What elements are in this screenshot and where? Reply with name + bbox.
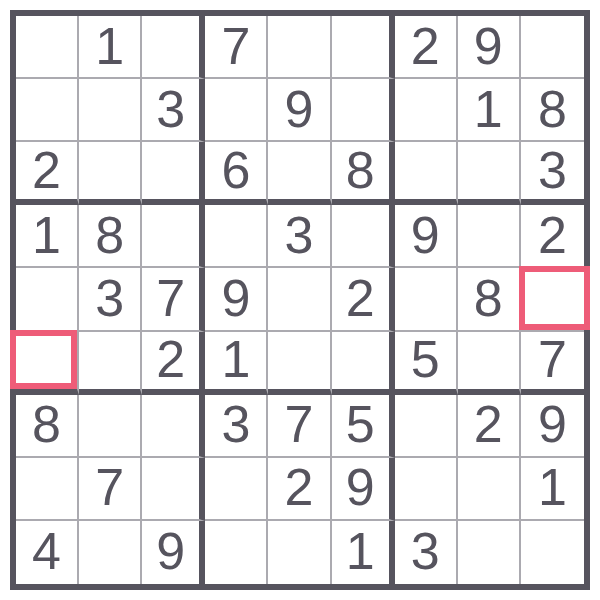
cell-r7c6[interactable]: 5 <box>332 395 395 458</box>
sudoku-board: 1729391826831839237928215783752972914913 <box>10 10 590 590</box>
cell-r3c8[interactable] <box>458 142 521 205</box>
cell-r7c5[interactable]: 7 <box>268 395 331 458</box>
cell-r2c6[interactable] <box>332 79 395 142</box>
cell-r9c5[interactable] <box>268 521 331 584</box>
cell-r3c9[interactable]: 3 <box>521 142 584 205</box>
cell-r8c5[interactable]: 2 <box>268 458 331 521</box>
given-digit: 3 <box>221 398 250 450</box>
given-digit: 7 <box>95 461 124 513</box>
cell-r6c6[interactable] <box>332 332 395 395</box>
cell-r1c1[interactable] <box>16 16 79 79</box>
cell-r6c5[interactable] <box>268 332 331 395</box>
cell-r2c4[interactable] <box>205 79 268 142</box>
given-digit: 1 <box>346 525 375 577</box>
cell-r9c7[interactable]: 3 <box>395 521 458 584</box>
given-digit: 2 <box>156 333 185 385</box>
cell-r6c2[interactable] <box>79 332 142 395</box>
given-digit: 3 <box>538 144 567 196</box>
given-digit: 1 <box>538 461 567 513</box>
cell-r2c9[interactable]: 8 <box>521 79 584 142</box>
given-digit: 9 <box>411 209 440 261</box>
cell-r6c8[interactable] <box>458 332 521 395</box>
page: 1729391826831839237928215783752972914913 <box>0 0 600 600</box>
cell-r1c3[interactable] <box>142 16 205 79</box>
given-digit: 2 <box>346 272 375 324</box>
cell-r6c3[interactable]: 2 <box>142 332 205 395</box>
cell-r9c3[interactable]: 9 <box>142 521 205 584</box>
given-digit: 9 <box>221 272 250 324</box>
given-digit: 9 <box>346 461 375 513</box>
highlight-ring <box>10 330 77 389</box>
cell-r9c4[interactable] <box>205 521 268 584</box>
cell-r8c4[interactable] <box>205 458 268 521</box>
given-digit: 7 <box>221 20 250 72</box>
cell-r2c8[interactable]: 1 <box>458 79 521 142</box>
cell-r8c7[interactable] <box>395 458 458 521</box>
cell-r8c6[interactable]: 9 <box>332 458 395 521</box>
cell-r5c6[interactable]: 2 <box>332 268 395 331</box>
cell-r4c7[interactable]: 9 <box>395 205 458 268</box>
cell-r7c4[interactable]: 3 <box>205 395 268 458</box>
given-digit: 3 <box>156 83 185 135</box>
cell-r1c8[interactable]: 9 <box>458 16 521 79</box>
cell-r4c9[interactable]: 2 <box>521 205 584 268</box>
cell-r4c4[interactable] <box>205 205 268 268</box>
given-digit: 3 <box>411 525 440 577</box>
given-digit: 9 <box>156 525 185 577</box>
cell-r7c7[interactable] <box>395 395 458 458</box>
cell-r5c4[interactable]: 9 <box>205 268 268 331</box>
cell-r1c7[interactable]: 2 <box>395 16 458 79</box>
given-digit: 1 <box>221 333 250 385</box>
cell-r5c5[interactable] <box>268 268 331 331</box>
cell-r7c1[interactable]: 8 <box>16 395 79 458</box>
given-digit: 7 <box>156 272 185 324</box>
cell-r8c2[interactable]: 7 <box>79 458 142 521</box>
cell-r2c7[interactable] <box>395 79 458 142</box>
cell-r7c2[interactable] <box>79 395 142 458</box>
given-digit: 5 <box>411 333 440 385</box>
cell-r5c9[interactable] <box>521 268 584 331</box>
given-digit: 9 <box>474 20 503 72</box>
cell-r9c2[interactable] <box>79 521 142 584</box>
cell-r9c8[interactable] <box>458 521 521 584</box>
cell-r5c2[interactable]: 3 <box>79 268 142 331</box>
cell-r7c8[interactable]: 2 <box>458 395 521 458</box>
cell-r9c9[interactable] <box>521 521 584 584</box>
cell-r4c3[interactable] <box>142 205 205 268</box>
given-digit: 2 <box>474 398 503 450</box>
cell-r6c1[interactable] <box>16 332 79 395</box>
given-digit: 7 <box>538 333 567 385</box>
given-digit: 8 <box>538 83 567 135</box>
given-digit: 1 <box>32 209 61 261</box>
cell-r2c2[interactable] <box>79 79 142 142</box>
cell-r9c6[interactable]: 1 <box>332 521 395 584</box>
given-digit: 5 <box>346 398 375 450</box>
cell-r8c1[interactable] <box>16 458 79 521</box>
cell-r4c2[interactable]: 8 <box>79 205 142 268</box>
cell-r3c5[interactable] <box>268 142 331 205</box>
highlight-ring <box>519 266 590 329</box>
given-digit: 1 <box>95 20 124 72</box>
cell-r6c4[interactable]: 1 <box>205 332 268 395</box>
cell-r2c5[interactable]: 9 <box>268 79 331 142</box>
given-digit: 8 <box>95 209 124 261</box>
given-digit: 3 <box>285 209 314 261</box>
given-digit: 2 <box>32 144 61 196</box>
cell-r6c7[interactable]: 5 <box>395 332 458 395</box>
given-digit: 9 <box>285 83 314 135</box>
given-digit: 8 <box>474 272 503 324</box>
cell-r9c1[interactable]: 4 <box>16 521 79 584</box>
cell-r5c1[interactable] <box>16 268 79 331</box>
cell-r7c9[interactable]: 9 <box>521 395 584 458</box>
cell-r6c9[interactable]: 7 <box>521 332 584 395</box>
given-digit: 1 <box>474 83 503 135</box>
cell-r8c8[interactable] <box>458 458 521 521</box>
cell-r1c9[interactable] <box>521 16 584 79</box>
cell-r2c3[interactable]: 3 <box>142 79 205 142</box>
given-digit: 8 <box>346 144 375 196</box>
cell-r1c6[interactable] <box>332 16 395 79</box>
cell-r5c7[interactable] <box>395 268 458 331</box>
given-digit: 7 <box>285 398 314 450</box>
cell-r4c6[interactable] <box>332 205 395 268</box>
cell-r4c5[interactable]: 3 <box>268 205 331 268</box>
cell-r2c1[interactable] <box>16 79 79 142</box>
cell-r1c2[interactable]: 1 <box>79 16 142 79</box>
cell-r3c4[interactable]: 6 <box>205 142 268 205</box>
cell-r3c7[interactable] <box>395 142 458 205</box>
cell-r8c3[interactable] <box>142 458 205 521</box>
given-digit: 4 <box>32 525 61 577</box>
given-digit: 2 <box>411 20 440 72</box>
given-digit: 3 <box>95 272 124 324</box>
cell-r7c3[interactable] <box>142 395 205 458</box>
cell-r3c3[interactable] <box>142 142 205 205</box>
cell-r1c4[interactable]: 7 <box>205 16 268 79</box>
cell-r5c8[interactable]: 8 <box>458 268 521 331</box>
cell-r3c1[interactable]: 2 <box>16 142 79 205</box>
cell-r3c2[interactable] <box>79 142 142 205</box>
cell-r4c1[interactable]: 1 <box>16 205 79 268</box>
given-digit: 8 <box>32 398 61 450</box>
given-digit: 2 <box>285 461 314 513</box>
cell-r4c8[interactable] <box>458 205 521 268</box>
cell-r8c9[interactable]: 1 <box>521 458 584 521</box>
cell-r5c3[interactable]: 7 <box>142 268 205 331</box>
given-digit: 9 <box>538 398 567 450</box>
cell-r1c5[interactable] <box>268 16 331 79</box>
given-digit: 2 <box>538 209 567 261</box>
given-digit: 6 <box>221 144 250 196</box>
cell-r3c6[interactable]: 8 <box>332 142 395 205</box>
